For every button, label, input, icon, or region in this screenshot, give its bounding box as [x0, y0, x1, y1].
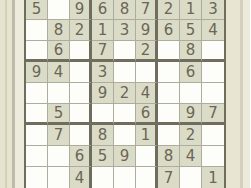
- frame-left-cream-band: [15, 0, 25, 188]
- cell-r6c1[interactable]: [26, 104, 48, 125]
- cell-r8c5: 9: [114, 146, 136, 167]
- cell-r7c8: 2: [180, 125, 202, 146]
- cell-r3c1[interactable]: [26, 41, 48, 62]
- cell-r2c2: 8: [48, 20, 70, 41]
- cell-r2c3: 2: [70, 20, 92, 41]
- cell-r4c6[interactable]: [136, 62, 158, 83]
- cell-r8c9[interactable]: [202, 146, 224, 167]
- cell-r2c5: 3: [114, 20, 136, 41]
- cell-r5c8[interactable]: [180, 83, 202, 104]
- cell-r9c4[interactable]: [92, 167, 114, 188]
- cell-r1c6: 7: [136, 0, 158, 20]
- cell-r3c4: 7: [92, 41, 114, 62]
- cell-r8c1[interactable]: [26, 146, 48, 167]
- cell-r2c6: 9: [136, 20, 158, 41]
- cell-r6c8: 9: [180, 104, 202, 125]
- cell-r2c8: 5: [180, 20, 202, 41]
- cell-r5c5: 2: [114, 83, 136, 104]
- cell-r6c9: 7: [202, 104, 224, 125]
- cell-r8c8: 4: [180, 146, 202, 167]
- cell-r4c8: 6: [180, 62, 202, 83]
- cell-r9c8[interactable]: [180, 167, 202, 188]
- cell-r1c3: 9: [70, 0, 92, 20]
- cell-r2c4: 1: [92, 20, 114, 41]
- cell-r6c6: 6: [136, 104, 158, 125]
- cell-r7c3[interactable]: [70, 125, 92, 146]
- cell-r3c9[interactable]: [202, 41, 224, 62]
- cell-r9c1[interactable]: [26, 167, 48, 188]
- cell-r1c7: 2: [158, 0, 180, 20]
- cell-r3c3[interactable]: [70, 41, 92, 62]
- cell-r7c1[interactable]: [26, 125, 48, 146]
- cell-r9c7: 7: [158, 167, 180, 188]
- cell-r5c2[interactable]: [48, 83, 70, 104]
- cell-r8c3: 6: [70, 146, 92, 167]
- cell-r3c5[interactable]: [114, 41, 136, 62]
- cell-r9c6[interactable]: [136, 167, 158, 188]
- cell-r7c4: 8: [92, 125, 114, 146]
- cell-r5c3[interactable]: [70, 83, 92, 104]
- cell-r1c4: 6: [92, 0, 114, 20]
- cell-r4c9[interactable]: [202, 62, 224, 83]
- cell-r8c4: 5: [92, 146, 114, 167]
- cell-r5c9[interactable]: [202, 83, 224, 104]
- cell-r1c8: 1: [180, 0, 202, 20]
- sudoku-board: 5968721382139654672894369245697781265984…: [24, 0, 226, 188]
- frame-left-inner-stripe: [5, 0, 7, 188]
- cell-r7c2: 7: [48, 125, 70, 146]
- cell-r9c2[interactable]: [48, 167, 70, 188]
- cell-r5c4: 9: [92, 83, 114, 104]
- cell-r9c5[interactable]: [114, 167, 136, 188]
- cell-r2c1[interactable]: [26, 20, 48, 41]
- cell-r7c9[interactable]: [202, 125, 224, 146]
- cell-r3c6: 2: [136, 41, 158, 62]
- cell-r4c7[interactable]: [158, 62, 180, 83]
- cell-r6c5[interactable]: [114, 104, 136, 125]
- cell-r9c9: 1: [202, 167, 224, 188]
- cell-r7c5[interactable]: [114, 125, 136, 146]
- cell-r7c6: 1: [136, 125, 158, 146]
- cell-r1c1: 5: [26, 0, 48, 20]
- sudoku-game-screen: 5968721382139654672894369245697781265984…: [0, 0, 250, 188]
- cell-r6c3[interactable]: [70, 104, 92, 125]
- frame-right-cream-band: [243, 0, 251, 188]
- cell-r5c7[interactable]: [158, 83, 180, 104]
- cell-r7c7[interactable]: [158, 125, 180, 146]
- cell-r2c7: 6: [158, 20, 180, 41]
- cell-r8c6[interactable]: [136, 146, 158, 167]
- cell-r6c7[interactable]: [158, 104, 180, 125]
- cell-r3c2: 6: [48, 41, 70, 62]
- cell-r1c2[interactable]: [48, 0, 70, 20]
- cell-r4c2: 4: [48, 62, 70, 83]
- cell-r5c1[interactable]: [26, 83, 48, 104]
- cell-r2c9: 4: [202, 20, 224, 41]
- cell-r3c7[interactable]: [158, 41, 180, 62]
- cell-r5c6: 4: [136, 83, 158, 104]
- cell-r3c8: 8: [180, 41, 202, 62]
- cell-r9c3: 4: [70, 167, 92, 188]
- cell-r4c4: 3: [92, 62, 114, 83]
- cell-r6c2: 5: [48, 104, 70, 125]
- cell-r6c4[interactable]: [92, 104, 114, 125]
- cell-r4c5[interactable]: [114, 62, 136, 83]
- cell-r1c5: 8: [114, 0, 136, 20]
- cell-r8c2[interactable]: [48, 146, 70, 167]
- cell-r8c7: 8: [158, 146, 180, 167]
- cell-r4c1: 9: [26, 62, 48, 83]
- cell-r4c3[interactable]: [70, 62, 92, 83]
- cell-r1c9: 3: [202, 0, 224, 20]
